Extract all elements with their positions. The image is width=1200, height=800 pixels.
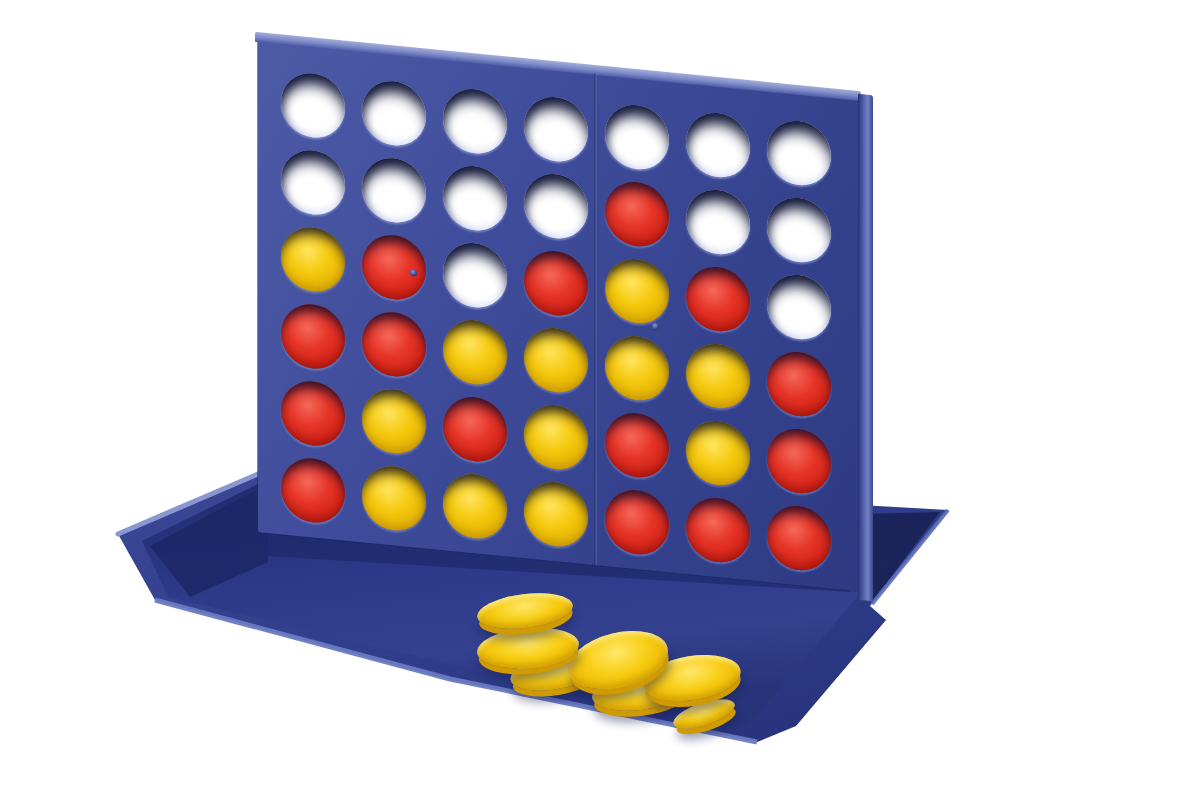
board-cell [677, 256, 758, 341]
board-cell [272, 216, 353, 301]
board-cell [434, 309, 515, 394]
empty-hole [281, 147, 345, 217]
empty-hole [362, 155, 426, 225]
red-disc [281, 301, 345, 371]
empty-hole [686, 109, 750, 179]
board-cell [515, 163, 596, 248]
board-cell [596, 94, 677, 179]
empty-hole [767, 117, 831, 187]
yellow-disc [686, 340, 750, 410]
empty-hole [443, 163, 507, 233]
board-cell [353, 147, 434, 232]
red-disc [686, 494, 750, 564]
tray-right-inner-wall [862, 512, 940, 602]
empty-hole [767, 194, 831, 264]
red-disc [605, 178, 669, 248]
board-cell [515, 86, 596, 171]
board-cell [758, 418, 839, 503]
red-disc [281, 455, 345, 525]
board-cell [515, 394, 596, 479]
empty-hole [443, 240, 507, 310]
board-grid [272, 62, 839, 580]
board-cell [596, 479, 677, 564]
red-disc [443, 394, 507, 464]
board-cell [677, 102, 758, 187]
yellow-disc [524, 479, 588, 549]
empty-hole [524, 94, 588, 164]
yellow-disc [281, 224, 345, 294]
empty-hole [281, 70, 345, 140]
red-disc [281, 378, 345, 448]
board-cell [353, 224, 434, 309]
board-cell [515, 240, 596, 325]
board-cell [272, 447, 353, 532]
board-cell [272, 139, 353, 224]
yellow-disc [362, 386, 426, 456]
red-disc [767, 425, 831, 495]
board-cell [434, 386, 515, 471]
board-cell [596, 325, 677, 410]
yellow-disc [605, 255, 669, 325]
board-cell [515, 471, 596, 556]
empty-hole [443, 86, 507, 156]
board-cell [272, 62, 353, 147]
board-rivet-dot [652, 323, 659, 331]
board-cell [515, 317, 596, 402]
red-disc [605, 486, 669, 556]
yellow-disc [686, 417, 750, 487]
board-cell [677, 487, 758, 572]
yellow-disc [524, 325, 588, 395]
board-cell [353, 70, 434, 155]
board-cell [353, 301, 434, 386]
board-cell [677, 333, 758, 418]
board-cell [434, 232, 515, 317]
photo-stage [0, 0, 1200, 800]
board-rivet-dot [410, 269, 417, 277]
board-cell [758, 264, 839, 349]
red-disc [362, 309, 426, 379]
yellow-disc [443, 471, 507, 541]
red-disc [767, 502, 831, 572]
board-cell [677, 410, 758, 495]
board-cell [596, 402, 677, 487]
empty-hole [686, 186, 750, 256]
board-fold-seam [594, 73, 597, 565]
empty-hole [524, 171, 588, 241]
board-cell [758, 341, 839, 426]
empty-hole [362, 78, 426, 148]
board-cell [272, 370, 353, 455]
empty-hole [767, 271, 831, 341]
board-cell [758, 110, 839, 195]
red-disc [686, 263, 750, 333]
red-disc [362, 232, 426, 302]
board-cell [353, 455, 434, 540]
board-cell [758, 187, 839, 272]
yellow-disc [605, 332, 669, 402]
board-cell [596, 248, 677, 333]
board-cell [434, 78, 515, 163]
board-cell [758, 495, 839, 580]
board-cell [434, 155, 515, 240]
yellow-disc [524, 402, 588, 472]
board-cell [272, 293, 353, 378]
empty-hole [605, 101, 669, 171]
board-cell [434, 463, 515, 548]
board-cell [353, 378, 434, 463]
board-cell [677, 179, 758, 264]
red-disc [524, 248, 588, 318]
red-disc [767, 348, 831, 418]
yellow-disc [443, 317, 507, 387]
red-disc [605, 409, 669, 479]
connect-four-board [258, 40, 858, 591]
yellow-disc [362, 463, 426, 533]
board-cell [596, 171, 677, 256]
